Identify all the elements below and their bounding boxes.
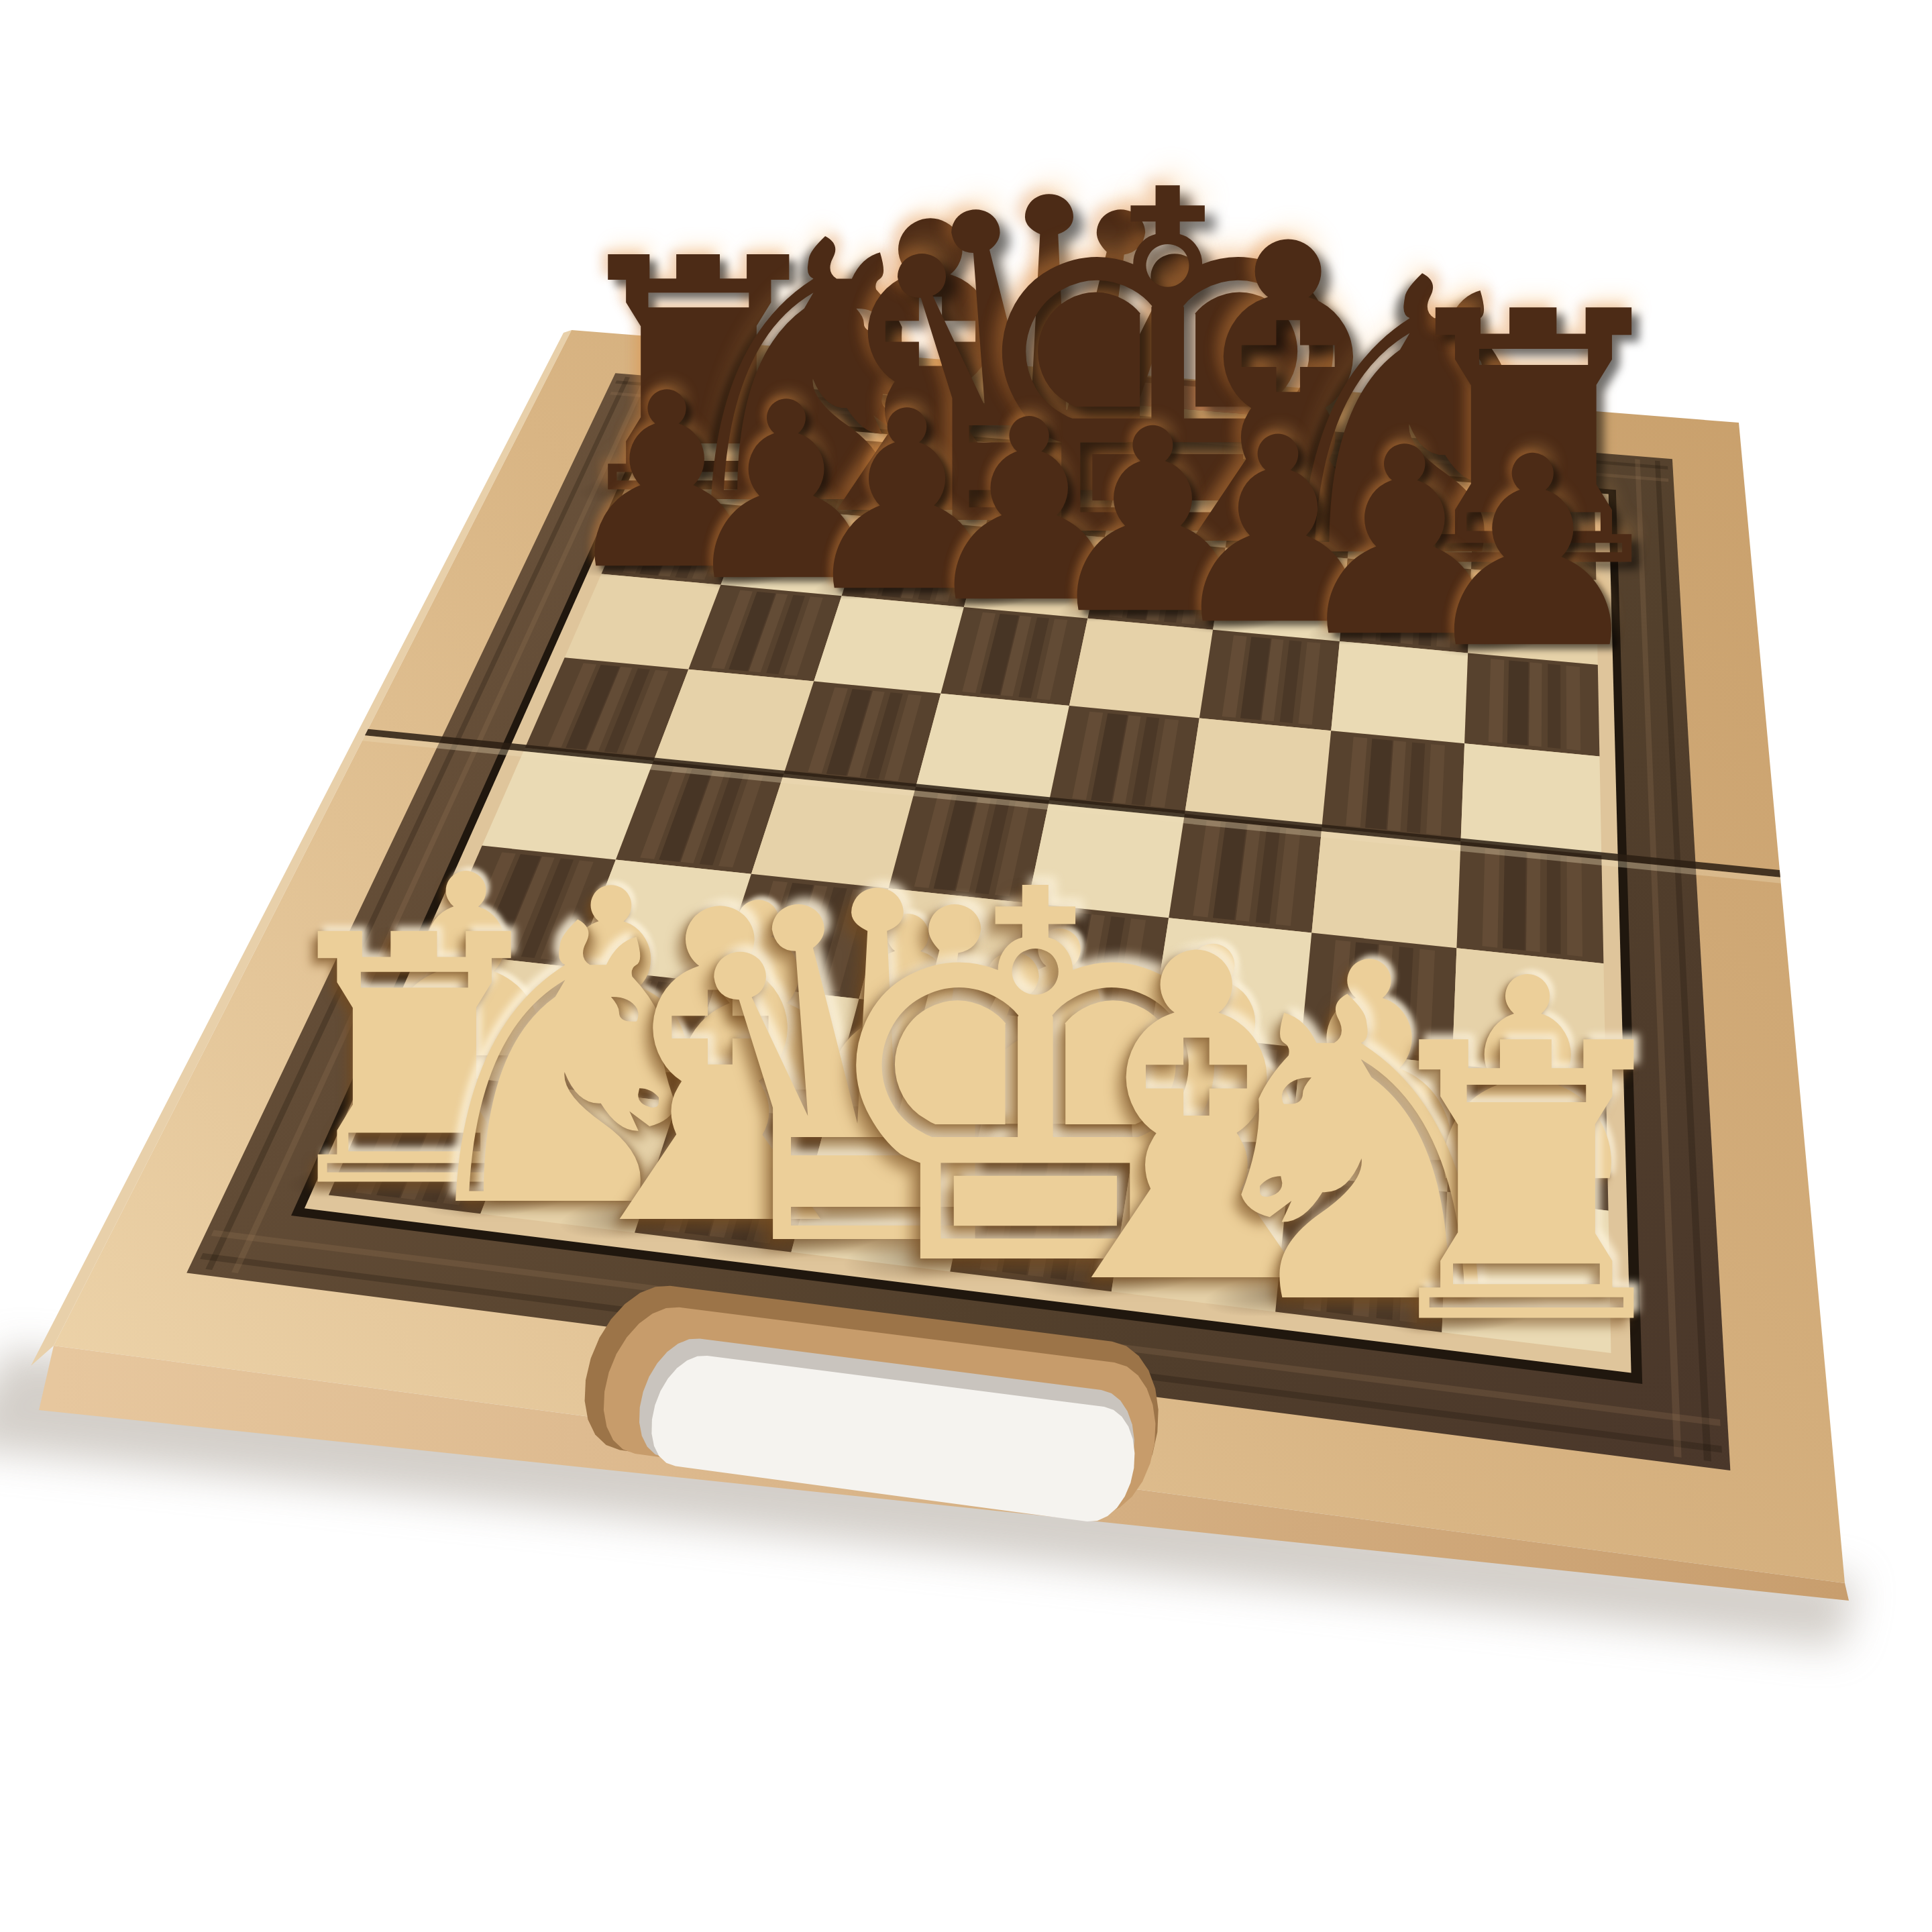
chess-set-photo: ♜♞♝♛♚♝♞♜♟♟♟♟♟♟♟♟♟♟♟♟♟♟♟♟♜♞♝♛♚♝♞♜ [0,0,1932,1932]
piece-black-pawn-h7[interactable]: ♟ [1402,423,1664,685]
piece-white-rook-h1[interactable]: ♜ [1336,995,1717,1377]
square-h5[interactable] [1461,743,1602,855]
